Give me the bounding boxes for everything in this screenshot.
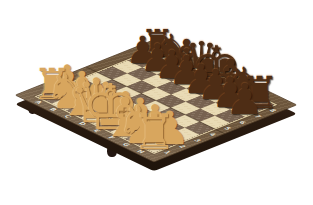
board-top: ABCDEFGH 87654321: [15, 38, 298, 162]
chess-board: ABCDEFGH 87654321: [56, 0, 256, 200]
photo-scene: ABCDEFGH 87654321 ♜♞♝♛♚♝♞♜♟♟♟♟♟♟♟♟♟♟♟♟♟♟…: [0, 0, 313, 205]
